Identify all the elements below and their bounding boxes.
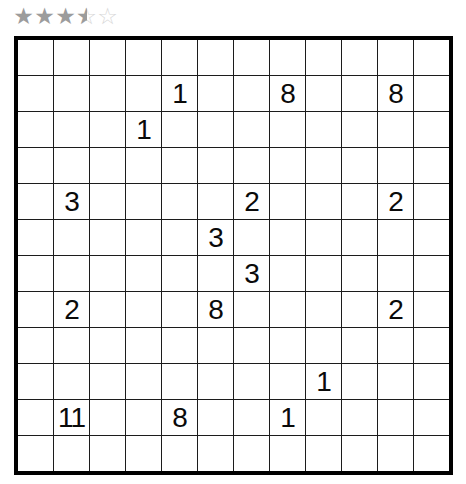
- star-full-icon: ★: [13, 3, 34, 29]
- grid-cell[interactable]: [162, 292, 197, 327]
- grid-cell[interactable]: [234, 400, 269, 435]
- grid-cell[interactable]: [378, 400, 413, 435]
- grid-cell[interactable]: [126, 40, 161, 75]
- grid-cell[interactable]: [162, 220, 197, 255]
- grid-cell[interactable]: [270, 436, 305, 471]
- grid-cell[interactable]: [162, 328, 197, 363]
- grid-cell[interactable]: [90, 400, 125, 435]
- grid-cell[interactable]: [378, 256, 413, 291]
- grid-cell[interactable]: [342, 400, 377, 435]
- grid-cell[interactable]: [234, 76, 269, 111]
- grid-cell[interactable]: [18, 148, 53, 183]
- puzzle-page: { "game": "Nurikabe", "board": { "rows":…: [0, 0, 466, 484]
- grid-cell[interactable]: [414, 184, 449, 219]
- grid-cell[interactable]: [342, 220, 377, 255]
- grid-cell[interactable]: [342, 292, 377, 327]
- grid-cell[interactable]: [18, 256, 53, 291]
- grid-cell[interactable]: [270, 328, 305, 363]
- grid-cell[interactable]: [90, 184, 125, 219]
- grid-cell-clue[interactable]: 8: [198, 292, 233, 327]
- grid-cell[interactable]: [342, 436, 377, 471]
- grid-cell[interactable]: [306, 184, 341, 219]
- grid-cell[interactable]: [378, 148, 413, 183]
- grid-cell[interactable]: [126, 400, 161, 435]
- grid-cell[interactable]: [198, 364, 233, 399]
- grid-cell[interactable]: [414, 76, 449, 111]
- grid-cell[interactable]: [90, 256, 125, 291]
- grid-cell[interactable]: [234, 148, 269, 183]
- grid-cell[interactable]: [414, 436, 449, 471]
- grid-cell[interactable]: [342, 364, 377, 399]
- grid-cell-clue[interactable]: 1: [306, 364, 341, 399]
- grid-cell[interactable]: [90, 148, 125, 183]
- grid-cell[interactable]: [198, 184, 233, 219]
- grid-cell[interactable]: [90, 436, 125, 471]
- grid-cell[interactable]: [378, 364, 413, 399]
- grid-cell[interactable]: [198, 436, 233, 471]
- grid-cell[interactable]: [54, 148, 89, 183]
- grid-cell[interactable]: [90, 40, 125, 75]
- grid-cell[interactable]: [18, 76, 53, 111]
- grid-cell[interactable]: [270, 184, 305, 219]
- grid-cell[interactable]: [90, 328, 125, 363]
- grid-cell[interactable]: [126, 220, 161, 255]
- grid-cell[interactable]: [342, 328, 377, 363]
- grid-cell[interactable]: [342, 148, 377, 183]
- grid-cell[interactable]: [18, 328, 53, 363]
- grid-cell[interactable]: [54, 220, 89, 255]
- grid-cell[interactable]: [306, 220, 341, 255]
- grid-cell-clue[interactable]: 3: [54, 184, 89, 219]
- grid-cell[interactable]: [306, 148, 341, 183]
- grid-cell[interactable]: [90, 364, 125, 399]
- grid-cell[interactable]: [414, 112, 449, 147]
- grid-cell[interactable]: [90, 112, 125, 147]
- grid-cell-clue[interactable]: 8: [162, 400, 197, 435]
- grid-cell[interactable]: [234, 40, 269, 75]
- grid-cell[interactable]: [378, 112, 413, 147]
- grid-cell[interactable]: [378, 328, 413, 363]
- grid-cell[interactable]: [270, 292, 305, 327]
- grid-cell[interactable]: [162, 256, 197, 291]
- grid-cell-clue[interactable]: 1: [162, 76, 197, 111]
- grid-cell[interactable]: [378, 436, 413, 471]
- grid-cell[interactable]: [54, 328, 89, 363]
- grid-cell[interactable]: [54, 76, 89, 111]
- grid-cell[interactable]: [18, 436, 53, 471]
- grid-cell[interactable]: [234, 112, 269, 147]
- puzzle-grid: 18813223328211181: [14, 36, 453, 475]
- grid-cell[interactable]: [198, 256, 233, 291]
- grid-cell[interactable]: [162, 40, 197, 75]
- grid-cell[interactable]: [306, 400, 341, 435]
- grid-cell[interactable]: [306, 76, 341, 111]
- grid-cell[interactable]: [306, 40, 341, 75]
- grid-cell-clue[interactable]: 1: [126, 112, 161, 147]
- grid-cell[interactable]: [234, 436, 269, 471]
- grid-cell-clue[interactable]: 8: [378, 76, 413, 111]
- grid-cell[interactable]: [198, 148, 233, 183]
- grid-cell[interactable]: [270, 256, 305, 291]
- grid-cell-clue[interactable]: 2: [54, 292, 89, 327]
- grid-cell[interactable]: [54, 256, 89, 291]
- grid-cell[interactable]: [198, 400, 233, 435]
- grid-cell[interactable]: [162, 148, 197, 183]
- star-half-icon: ☆★: [76, 3, 97, 29]
- grid-cell[interactable]: [18, 184, 53, 219]
- grid-cell-clue[interactable]: 11: [54, 400, 89, 435]
- grid-cell[interactable]: [18, 364, 53, 399]
- grid-cell-clue[interactable]: 2: [378, 184, 413, 219]
- grid-cell[interactable]: [414, 40, 449, 75]
- grid-cell[interactable]: [18, 220, 53, 255]
- grid-cell[interactable]: [342, 76, 377, 111]
- grid-cell[interactable]: [54, 40, 89, 75]
- grid-cell-clue[interactable]: 2: [378, 292, 413, 327]
- grid-cell[interactable]: [270, 40, 305, 75]
- grid-cell-clue[interactable]: 3: [198, 220, 233, 255]
- grid-cell-clue[interactable]: 8: [270, 76, 305, 111]
- grid-cell[interactable]: [378, 40, 413, 75]
- grid-cell[interactable]: [414, 148, 449, 183]
- grid-cell[interactable]: [414, 364, 449, 399]
- grid-cell[interactable]: [198, 112, 233, 147]
- grid-cell-clue[interactable]: 1: [270, 400, 305, 435]
- grid-cell[interactable]: [126, 148, 161, 183]
- grid-cell[interactable]: [306, 292, 341, 327]
- grid-cell[interactable]: [90, 76, 125, 111]
- grid-cell[interactable]: [18, 400, 53, 435]
- star-full-icon: ★: [55, 3, 76, 29]
- grid-cell[interactable]: [270, 112, 305, 147]
- grid-cell[interactable]: [198, 328, 233, 363]
- star-empty-icon: ☆: [97, 3, 118, 29]
- grid-cell[interactable]: [414, 256, 449, 291]
- grid-cell[interactable]: [414, 220, 449, 255]
- grid-cell[interactable]: [126, 76, 161, 111]
- grid-cell-clue[interactable]: 3: [234, 256, 269, 291]
- grid-cell[interactable]: [18, 112, 53, 147]
- grid-cell[interactable]: [306, 328, 341, 363]
- grid-cell[interactable]: [414, 400, 449, 435]
- grid-cell[interactable]: [342, 184, 377, 219]
- grid-cell[interactable]: [90, 292, 125, 327]
- difficulty-rating: ★★★☆★☆: [13, 3, 118, 29]
- grid-cell[interactable]: [270, 148, 305, 183]
- grid-cell[interactable]: [162, 184, 197, 219]
- grid-cell[interactable]: [198, 76, 233, 111]
- grid-cell[interactable]: [162, 364, 197, 399]
- grid-cell[interactable]: [126, 364, 161, 399]
- grid-cell[interactable]: [18, 292, 53, 327]
- grid-cell[interactable]: [378, 220, 413, 255]
- grid-cell[interactable]: [126, 328, 161, 363]
- star-full-icon: ★: [34, 3, 55, 29]
- grid-cell[interactable]: [18, 40, 53, 75]
- grid-cell[interactable]: [234, 220, 269, 255]
- grid-cell[interactable]: [270, 364, 305, 399]
- grid-cell[interactable]: [54, 436, 89, 471]
- grid-cell[interactable]: [162, 112, 197, 147]
- grid-cell[interactable]: [234, 328, 269, 363]
- grid-cell[interactable]: [54, 364, 89, 399]
- grid-cell[interactable]: [198, 40, 233, 75]
- grid-cell[interactable]: [270, 220, 305, 255]
- grid-cell[interactable]: [414, 328, 449, 363]
- grid-cell[interactable]: [54, 112, 89, 147]
- grid-cell[interactable]: [234, 292, 269, 327]
- grid-cell[interactable]: [306, 112, 341, 147]
- grid-cell[interactable]: [306, 436, 341, 471]
- grid-cell[interactable]: [126, 436, 161, 471]
- grid-cell[interactable]: [342, 256, 377, 291]
- grid-cell[interactable]: [234, 364, 269, 399]
- grid-cell[interactable]: [342, 112, 377, 147]
- grid-cell[interactable]: [126, 292, 161, 327]
- grid-cell[interactable]: [414, 292, 449, 327]
- grid-cell[interactable]: [162, 436, 197, 471]
- grid-cell[interactable]: [342, 40, 377, 75]
- grid-cell[interactable]: [126, 256, 161, 291]
- grid-cell-clue[interactable]: 2: [234, 184, 269, 219]
- grid-cell[interactable]: [126, 184, 161, 219]
- grid-cell[interactable]: [90, 220, 125, 255]
- grid-cell[interactable]: [306, 256, 341, 291]
